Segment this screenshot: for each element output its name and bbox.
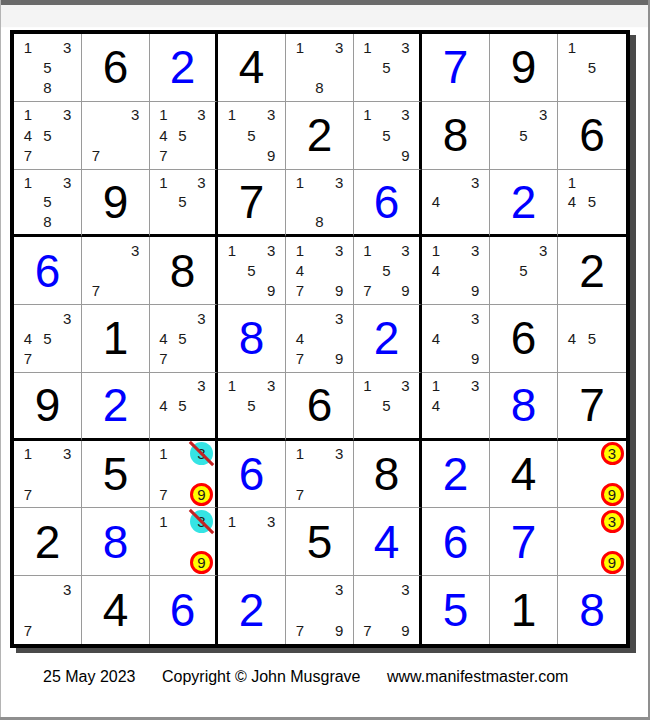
cell-r1c4[interactable]: 4 [218,34,286,102]
cell-r9c8[interactable]: 1 [490,576,558,644]
cell-r7c3[interactable]: 1379 [150,441,218,509]
cell-r7c8[interactable]: 4 [490,441,558,509]
candidate-3[interactable]: 3 [335,175,343,190]
candidate-9[interactable]: 9 [471,351,479,366]
cell-r7c4[interactable]: 6 [218,441,286,509]
candidate-slot-9 [465,212,485,232]
candidate-9[interactable]: 9 [471,283,479,298]
cell-r2c2[interactable]: 37 [82,102,150,170]
candidate-9-highlight-circle: 9 [190,551,213,574]
cell-r9c5[interactable]: 379 [286,576,354,644]
candidate-7[interactable]: 7 [24,148,32,163]
candidate-7[interactable]: 7 [363,283,371,298]
cell-r3c2[interactable]: 9 [82,170,150,238]
candidate-grid: 135 [150,170,215,235]
cell-r4c4[interactable]: 1359 [218,237,286,305]
candidate-slot-1: 1 [154,173,173,193]
cell-r6c6[interactable]: 135 [354,373,422,441]
cell-r7c6[interactable]: 8 [354,441,422,509]
candidate-1[interactable]: 1 [159,107,167,122]
candidate-slot-7 [358,78,377,98]
candidate-5[interactable]: 5 [247,398,255,413]
candidate-5[interactable]: 5 [519,128,527,143]
candidate-slot-8 [582,212,602,232]
candidate-9[interactable]: 9 [335,351,343,366]
cell-r8c6[interactable]: 4 [354,508,422,576]
cell-r4c5[interactable]: 13479 [286,237,354,305]
candidate-3[interactable]: 3 [335,582,343,597]
cell-r9c3[interactable]: 6 [150,576,218,644]
candidate-7[interactable]: 7 [296,283,304,298]
candidate-5[interactable]: 5 [588,331,596,346]
candidate-slot-3: 3 [533,240,553,260]
cell-r8c8[interactable]: 7 [490,508,558,576]
candidate-5[interactable]: 5 [382,60,390,75]
candidate-slot-2 [446,173,466,193]
cell-r1c2[interactable]: 6 [82,34,150,102]
solved-digit: 5 [443,587,469,633]
candidate-4[interactable]: 4 [24,128,32,143]
candidate-3[interactable]: 3 [335,446,343,461]
candidate-3[interactable]: 3 [131,243,139,258]
candidate-1[interactable]: 1 [228,514,236,529]
cell-r5c8[interactable]: 6 [490,305,558,373]
given-digit: 4 [103,587,129,633]
cell-r3c6[interactable]: 6 [354,170,422,238]
cell-r2c5[interactable]: 2 [286,102,354,170]
cell-r5c9[interactable]: 45 [558,305,626,373]
candidate-slot-5: 5 [173,395,192,415]
cell-r7c1[interactable]: 137 [14,441,82,509]
cell-r7c5[interactable]: 137 [286,441,354,509]
candidate-4[interactable]: 4 [159,331,167,346]
candidate-7[interactable]: 7 [24,351,32,366]
candidate-slot-2 [38,308,58,328]
candidate-slot-4 [290,57,310,77]
candidate-3[interactable]: 3 [471,378,479,393]
candidate-slot-4 [358,261,377,281]
candidate-1[interactable]: 1 [296,40,304,55]
candidate-3[interactable]: 3 [401,378,409,393]
cell-r3c1[interactable]: 1358 [14,170,82,238]
cell-r1c3[interactable]: 2 [150,34,218,102]
candidate-3-eliminated[interactable]: 3 [197,446,205,461]
cell-r6c9[interactable]: 7 [558,373,626,441]
cell-r6c1[interactable]: 9 [14,373,82,441]
candidate-slot-2 [310,37,330,57]
solved-digit: 6 [35,248,61,294]
candidate-1[interactable]: 1 [363,243,371,258]
candidate-9-highlighted[interactable]: 9 [608,487,616,502]
candidate-slot-3: 3 [465,308,485,328]
candidate-4[interactable]: 4 [568,194,576,209]
candidate-slot-9 [192,415,211,435]
candidate-3[interactable]: 3 [401,582,409,597]
candidate-3[interactable]: 3 [197,175,205,190]
cell-r8c9[interactable]: 39 [558,508,626,576]
candidate-7[interactable]: 7 [92,148,100,163]
candidate-1[interactable]: 1 [24,107,32,122]
candidate-slot-6 [192,532,211,552]
cell-r6c3[interactable]: 345 [150,373,218,441]
candidate-4[interactable]: 4 [159,128,167,143]
cell-r1c8[interactable]: 9 [490,34,558,102]
candidate-3[interactable]: 3 [539,243,547,258]
given-digit: 6 [579,112,605,158]
candidate-slot-7: 7 [18,349,38,369]
cell-r5c4[interactable]: 8 [218,305,286,373]
candidate-slot-4: 4 [18,125,38,145]
candidate-1[interactable]: 1 [24,446,32,461]
candidate-slot-3: 3 [465,240,485,260]
cell-r2c8[interactable]: 35 [490,102,558,170]
candidate-3-highlight-circle: 3 [601,442,624,465]
candidate-slot-1: 1 [562,37,582,57]
candidate-3[interactable]: 3 [335,40,343,55]
candidate-9-highlighted[interactable]: 9 [608,555,616,570]
candidate-7[interactable]: 7 [24,487,32,502]
candidate-9[interactable]: 9 [401,148,409,163]
candidate-5[interactable]: 5 [43,194,51,209]
candidate-3[interactable]: 3 [471,243,479,258]
candidate-grid: 1358 [14,34,81,101]
cell-r3c7[interactable]: 34 [422,170,490,238]
candidate-slot-2 [173,308,192,328]
candidate-5[interactable]: 5 [588,194,596,209]
candidate-7[interactable]: 7 [92,283,100,298]
cell-r2c6[interactable]: 1359 [354,102,422,170]
cell-r2c3[interactable]: 13457 [150,102,218,170]
candidate-slot-2 [38,105,58,125]
candidate-1[interactable]: 1 [363,378,371,393]
cell-r1c5[interactable]: 138 [286,34,354,102]
candidate-1[interactable]: 1 [296,243,304,258]
candidate-4[interactable]: 4 [24,331,32,346]
candidate-4[interactable]: 4 [296,331,304,346]
cell-r6c7[interactable]: 134 [422,373,490,441]
cell-r8c4[interactable]: 13 [218,508,286,576]
cell-r7c9[interactable]: 39 [558,441,626,509]
candidate-3[interactable]: 3 [63,175,71,190]
candidate-5[interactable]: 5 [247,128,255,143]
candidate-3[interactable]: 3 [401,40,409,55]
cell-r7c7[interactable]: 2 [422,441,490,509]
candidate-7[interactable]: 7 [159,487,167,502]
cell-r9c9[interactable]: 8 [558,576,626,644]
candidate-slot-9 [192,145,211,165]
candidate-5[interactable]: 5 [247,263,255,278]
candidate-slot-3: 3 [261,511,281,531]
candidate-slot-2 [377,376,396,396]
cell-r9c7[interactable]: 5 [422,576,490,644]
candidate-slot-5: 5 [582,328,602,348]
candidate-3[interactable]: 3 [197,311,205,326]
candidate-5[interactable]: 5 [43,331,51,346]
candidate-4[interactable]: 4 [432,331,440,346]
candidate-slot-7 [494,145,514,165]
candidate-3[interactable]: 3 [471,311,479,326]
cell-r4c7[interactable]: 1349 [422,237,490,305]
candidate-slot-7: 7 [290,349,310,369]
candidate-3[interactable]: 3 [539,107,547,122]
cell-r6c8[interactable]: 8 [490,373,558,441]
candidate-slot-9 [57,78,77,98]
candidate-7[interactable]: 7 [296,351,304,366]
cell-r8c5[interactable]: 5 [286,508,354,576]
candidate-slot-4 [18,600,38,621]
candidate-4[interactable]: 4 [432,398,440,413]
cell-r9c2[interactable]: 4 [82,576,150,644]
candidate-7[interactable]: 7 [159,148,167,163]
candidate-slot-1 [494,105,514,125]
candidate-3[interactable]: 3 [267,514,275,529]
candidate-slot-5 [242,532,262,552]
candidate-1[interactable]: 1 [568,175,576,190]
candidate-1[interactable]: 1 [159,514,167,529]
candidate-slot-5: 5 [38,328,58,348]
candidate-3[interactable]: 3 [267,107,275,122]
candidate-9-highlighted[interactable]: 9 [197,555,205,570]
candidate-3[interactable]: 3 [471,175,479,190]
candidate-5[interactable]: 5 [43,60,51,75]
candidate-7[interactable]: 7 [24,623,32,638]
candidate-slot-5: 5 [242,261,262,281]
cell-r4c8[interactable]: 35 [490,237,558,305]
candidate-3[interactable]: 3 [131,107,139,122]
candidate-5[interactable]: 5 [43,128,51,143]
candidate-slot-3 [602,308,622,328]
given-digit: 7 [239,179,265,225]
candidate-3[interactable]: 3 [401,107,409,122]
cell-r5c7[interactable]: 349 [422,305,490,373]
candidate-1[interactable]: 1 [363,107,371,122]
cell-r7c2[interactable]: 5 [82,441,150,509]
cell-r6c2[interactable]: 2 [82,373,150,441]
candidate-5[interactable]: 5 [519,263,527,278]
candidate-1[interactable]: 1 [363,40,371,55]
candidate-7[interactable]: 7 [363,623,371,638]
candidate-5[interactable]: 5 [178,194,186,209]
window-frame-left [0,0,1,720]
candidate-slot-6 [329,464,349,484]
candidate-9[interactable]: 9 [267,148,275,163]
cell-r1c7[interactable]: 7 [422,34,490,102]
candidate-9[interactable]: 9 [401,283,409,298]
candidate-1[interactable]: 1 [228,378,236,393]
candidate-3-highlighted[interactable]: 3 [608,514,616,529]
candidate-slot-4 [358,600,377,621]
candidate-slot-6 [329,328,349,348]
candidate-4[interactable]: 4 [432,194,440,209]
cell-r2c4[interactable]: 1359 [218,102,286,170]
candidate-3-eliminated[interactable]: 3 [197,514,205,529]
candidate-3[interactable]: 3 [63,107,71,122]
candidate-9[interactable]: 9 [267,283,275,298]
candidate-7[interactable]: 7 [159,351,167,366]
candidate-1[interactable]: 1 [159,175,167,190]
cell-r3c9[interactable]: 145 [558,170,626,238]
candidate-1[interactable]: 1 [24,175,32,190]
candidate-slot-4: 4 [426,192,446,212]
candidate-1[interactable]: 1 [228,243,236,258]
candidate-slot-9: 9 [465,349,485,369]
solved-digit: 2 [103,382,129,428]
candidate-1[interactable]: 1 [228,107,236,122]
candidate-slot-8 [38,349,58,369]
cell-r5c3[interactable]: 3457 [150,305,218,373]
cell-r9c6[interactable]: 379 [354,576,422,644]
candidate-1[interactable]: 1 [432,243,440,258]
candidate-5[interactable]: 5 [178,398,186,413]
candidate-slot-5: 5 [173,125,192,145]
candidate-slot-2 [582,173,602,193]
given-digit: 7 [579,382,605,428]
candidate-4[interactable]: 4 [296,263,304,278]
candidate-3[interactable]: 3 [267,378,275,393]
cell-r4c6[interactable]: 13579 [354,237,422,305]
solved-digit: 6 [443,519,469,565]
candidate-4[interactable]: 4 [159,398,167,413]
candidate-slot-8 [514,145,534,165]
candidate-3[interactable]: 3 [63,582,71,597]
candidate-9[interactable]: 9 [335,283,343,298]
candidate-slot-2 [242,240,262,260]
candidate-slot-8 [310,281,330,301]
cell-r8c2[interactable]: 8 [82,508,150,576]
cell-r1c6[interactable]: 135 [354,34,422,102]
candidate-5[interactable]: 5 [588,60,596,75]
candidate-slot-4 [358,395,377,415]
candidate-slot-4 [290,464,310,484]
candidate-grid: 13457 [150,102,215,169]
cell-r2c9[interactable]: 6 [558,102,626,170]
candidate-5[interactable]: 5 [382,128,390,143]
cell-r4c9[interactable]: 2 [558,237,626,305]
cell-r6c5[interactable]: 6 [286,373,354,441]
candidate-slot-2 [377,240,396,260]
cell-r4c1[interactable]: 6 [14,237,82,305]
cell-r8c7[interactable]: 6 [422,508,490,576]
candidate-slot-3: 3 [57,173,77,193]
candidate-1[interactable]: 1 [296,446,304,461]
candidate-3[interactable]: 3 [267,243,275,258]
candidate-grid: 135 [354,34,419,101]
cell-r1c1[interactable]: 1358 [14,34,82,102]
candidate-7[interactable]: 7 [296,487,304,502]
candidate-3[interactable]: 3 [63,311,71,326]
candidate-slot-9 [533,281,553,301]
candidate-slot-7 [222,145,242,165]
candidate-slot-5: 5 [173,328,192,348]
candidate-slot-8 [582,349,602,369]
candidate-3[interactable]: 3 [401,243,409,258]
candidate-1[interactable]: 1 [432,378,440,393]
candidate-9-highlighted[interactable]: 9 [197,487,205,502]
cell-r9c4[interactable]: 2 [218,576,286,644]
solved-digit: 6 [374,179,400,225]
candidate-3[interactable]: 3 [63,446,71,461]
candidate-3[interactable]: 3 [63,40,71,55]
candidate-5[interactable]: 5 [178,128,186,143]
candidate-slot-7 [222,281,242,301]
candidate-1[interactable]: 1 [159,446,167,461]
cell-r5c6[interactable]: 2 [354,305,422,373]
candidate-1[interactable]: 1 [568,40,576,55]
candidate-slot-2 [377,579,396,600]
candidate-slot-8 [173,145,192,165]
cell-r2c7[interactable]: 8 [422,102,490,170]
candidate-grid: 35 [490,237,557,304]
candidate-8[interactable]: 8 [43,80,51,95]
candidate-slot-1: 1 [18,173,38,193]
candidate-3[interactable]: 3 [335,311,343,326]
candidate-slot-7 [18,212,38,232]
given-digit: 6 [103,44,129,90]
cell-r8c1[interactable]: 2 [14,508,82,576]
candidate-5[interactable]: 5 [382,398,390,413]
candidate-8[interactable]: 8 [315,80,323,95]
candidate-slot-4 [154,464,173,484]
candidate-9[interactable]: 9 [335,623,343,638]
given-digit: 8 [443,112,469,158]
candidate-slot-6 [57,464,77,484]
candidate-slot-9 [192,349,211,369]
candidate-slot-1: 1 [18,105,38,125]
cell-r5c2[interactable]: 1 [82,305,150,373]
cell-r3c5[interactable]: 138 [286,170,354,238]
sudoku-board: 1358624138135791513457371345713592135983… [10,30,630,648]
cell-r5c1[interactable]: 3457 [14,305,82,373]
cell-r5c5[interactable]: 3479 [286,305,354,373]
candidate-grid: 138 [286,34,353,101]
cell-r9c1[interactable]: 37 [14,576,82,644]
candidate-slot-9 [57,620,77,641]
candidate-slot-7 [426,349,446,369]
cell-r4c3[interactable]: 8 [150,237,218,305]
candidate-slot-4: 4 [154,328,173,348]
candidate-5[interactable]: 5 [178,331,186,346]
cell-r2c1[interactable]: 13457 [14,102,82,170]
candidate-slot-9 [602,78,622,98]
cell-r3c3[interactable]: 135 [150,170,218,238]
candidate-3[interactable]: 3 [197,378,205,393]
candidate-3-highlighted[interactable]: 3 [608,446,616,461]
candidate-3[interactable]: 3 [335,243,343,258]
cell-r4c2[interactable]: 37 [82,237,150,305]
candidate-5[interactable]: 5 [382,263,390,278]
candidate-4[interactable]: 4 [568,331,576,346]
candidate-8[interactable]: 8 [315,214,323,229]
candidate-slot-7 [494,281,514,301]
candidate-1[interactable]: 1 [24,40,32,55]
candidate-1[interactable]: 1 [296,175,304,190]
cell-r3c8[interactable]: 2 [490,170,558,238]
cell-r3c4[interactable]: 7 [218,170,286,238]
candidate-3[interactable]: 3 [197,107,205,122]
candidate-slot-1: 1 [290,37,310,57]
candidate-9[interactable]: 9 [401,623,409,638]
candidate-slot-3: 3 [261,240,281,260]
candidate-slot-2 [38,37,58,57]
candidate-7[interactable]: 7 [296,623,304,638]
candidate-4[interactable]: 4 [432,263,440,278]
cell-r8c3[interactable]: 139 [150,508,218,576]
cell-r1c9[interactable]: 15 [558,34,626,102]
candidate-8[interactable]: 8 [43,214,51,229]
cell-r6c4[interactable]: 135 [218,373,286,441]
candidate-slot-8 [38,620,58,641]
candidate-slot-7: 7 [18,484,38,504]
